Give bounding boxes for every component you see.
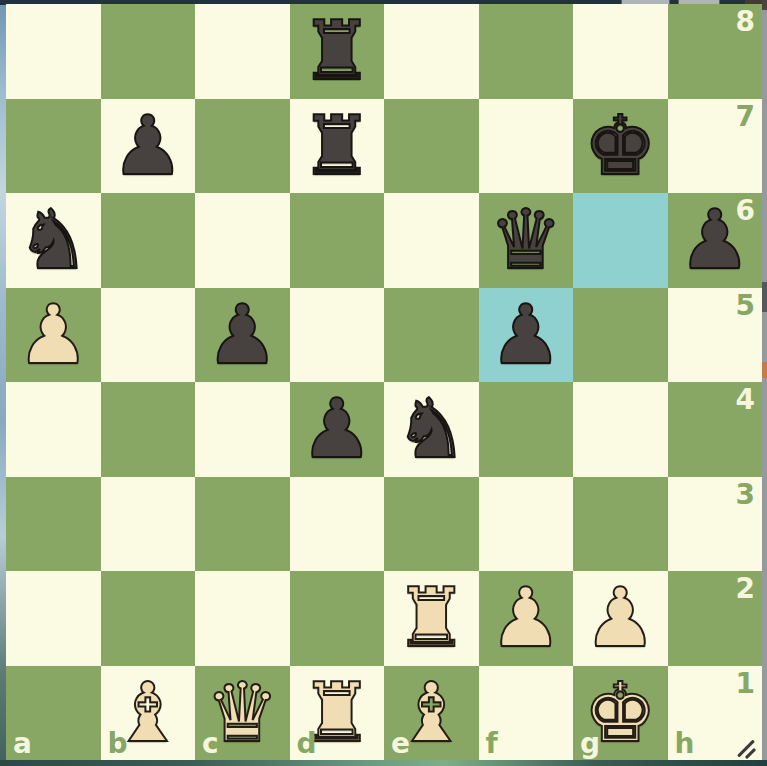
coord-rank-3: 3: [736, 481, 755, 509]
square-c3[interactable]: [195, 477, 290, 572]
square-h2[interactable]: 2: [668, 571, 763, 666]
square-g3[interactable]: [573, 477, 668, 572]
square-d1[interactable]: ♜d: [290, 666, 385, 761]
square-a8[interactable]: [6, 4, 101, 99]
square-g7[interactable]: ♚: [573, 99, 668, 194]
square-e4[interactable]: ♞: [384, 382, 479, 477]
square-d7[interactable]: ♜: [290, 99, 385, 194]
coord-rank-1: 1: [736, 670, 755, 698]
square-a3[interactable]: [6, 477, 101, 572]
square-h3[interactable]: 3: [668, 477, 763, 572]
square-b5[interactable]: [101, 288, 196, 383]
coord-file-h: h: [675, 730, 695, 758]
coord-rank-5: 5: [736, 292, 755, 320]
coord-rank-2: 2: [736, 575, 755, 603]
square-b7[interactable]: ♟: [101, 99, 196, 194]
piece-white-pawn-g2[interactable]: ♟: [573, 571, 668, 666]
square-b3[interactable]: [101, 477, 196, 572]
scrollbar-marker: [762, 362, 767, 378]
square-a1[interactable]: a: [6, 666, 101, 761]
piece-white-rook-e2[interactable]: ♜: [384, 571, 479, 666]
square-a2[interactable]: [6, 571, 101, 666]
square-d5[interactable]: [290, 288, 385, 383]
piece-white-king-g1[interactable]: ♚: [573, 666, 668, 761]
piece-white-pawn-f2[interactable]: ♟: [479, 571, 574, 666]
piece-black-pawn-c5[interactable]: ♟: [195, 288, 290, 383]
square-f6[interactable]: ♛: [479, 193, 574, 288]
square-f5[interactable]: ♟: [479, 288, 574, 383]
piece-white-bishop-e1[interactable]: ♝: [384, 666, 479, 761]
desktop-background-bottom: [0, 760, 767, 766]
piece-black-rook-d8[interactable]: ♜: [290, 4, 385, 99]
square-e7[interactable]: [384, 99, 479, 194]
square-e3[interactable]: [384, 477, 479, 572]
square-a7[interactable]: [6, 99, 101, 194]
coord-file-a: a: [13, 730, 32, 758]
square-f2[interactable]: ♟: [479, 571, 574, 666]
square-c1[interactable]: ♛c: [195, 666, 290, 761]
square-h4[interactable]: 4: [668, 382, 763, 477]
chess-board[interactable]: ♜8♟♜♚7♞♛♟6♟♟♟5♟♞43♜♟♟2a♝b♛c♜d♝ef♚g1h: [6, 4, 762, 760]
browser-scrollbar[interactable]: [762, 0, 767, 766]
square-g6[interactable]: [573, 193, 668, 288]
piece-black-knight-a6[interactable]: ♞: [6, 193, 101, 288]
piece-black-pawn-d4[interactable]: ♟: [290, 382, 385, 477]
scrollbar-top-segment: [762, 0, 767, 10]
square-f3[interactable]: [479, 477, 574, 572]
square-a4[interactable]: [6, 382, 101, 477]
square-b6[interactable]: [101, 193, 196, 288]
square-a5[interactable]: ♟: [6, 288, 101, 383]
piece-black-rook-d7[interactable]: ♜: [290, 99, 385, 194]
piece-white-rook-d1[interactable]: ♜: [290, 666, 385, 761]
square-e1[interactable]: ♝e: [384, 666, 479, 761]
piece-black-pawn-h6[interactable]: ♟: [668, 193, 763, 288]
square-b1[interactable]: ♝b: [101, 666, 196, 761]
square-c2[interactable]: [195, 571, 290, 666]
square-b8[interactable]: [101, 4, 196, 99]
coord-rank-8: 8: [736, 8, 755, 36]
coord-file-f: f: [486, 730, 498, 758]
square-g8[interactable]: [573, 4, 668, 99]
square-b4[interactable]: [101, 382, 196, 477]
square-h7[interactable]: 7: [668, 99, 763, 194]
square-f8[interactable]: [479, 4, 574, 99]
piece-black-king-g7[interactable]: ♚: [573, 99, 668, 194]
square-d8[interactable]: ♜: [290, 4, 385, 99]
square-f7[interactable]: [479, 99, 574, 194]
piece-black-pawn-f5[interactable]: ♟: [479, 288, 574, 383]
square-c8[interactable]: [195, 4, 290, 99]
scrollbar-thumb[interactable]: [762, 282, 767, 312]
piece-white-pawn-a5[interactable]: ♟: [6, 288, 101, 383]
piece-black-pawn-b7[interactable]: ♟: [101, 99, 196, 194]
square-d3[interactable]: [290, 477, 385, 572]
square-g1[interactable]: ♚g: [573, 666, 668, 761]
square-c5[interactable]: ♟: [195, 288, 290, 383]
square-b2[interactable]: [101, 571, 196, 666]
square-e8[interactable]: [384, 4, 479, 99]
square-g5[interactable]: [573, 288, 668, 383]
square-g4[interactable]: [573, 382, 668, 477]
piece-white-queen-c1[interactable]: ♛: [195, 666, 290, 761]
square-c4[interactable]: [195, 382, 290, 477]
piece-white-bishop-b1[interactable]: ♝: [101, 666, 196, 761]
resize-handle-icon[interactable]: [735, 735, 759, 759]
square-c7[interactable]: [195, 99, 290, 194]
piece-black-knight-e4[interactable]: ♞: [384, 382, 479, 477]
square-h8[interactable]: 8: [668, 4, 763, 99]
square-d6[interactable]: [290, 193, 385, 288]
square-h6[interactable]: ♟6: [668, 193, 763, 288]
square-h5[interactable]: 5: [668, 288, 763, 383]
square-g2[interactable]: ♟: [573, 571, 668, 666]
square-e2[interactable]: ♜: [384, 571, 479, 666]
piece-black-queen-f6[interactable]: ♛: [479, 193, 574, 288]
coord-rank-4: 4: [736, 386, 755, 414]
square-e5[interactable]: [384, 288, 479, 383]
coord-rank-7: 7: [736, 103, 755, 131]
square-a6[interactable]: ♞: [6, 193, 101, 288]
square-c6[interactable]: [195, 193, 290, 288]
square-e6[interactable]: [384, 193, 479, 288]
square-f1[interactable]: f: [479, 666, 574, 761]
square-d4[interactable]: ♟: [290, 382, 385, 477]
square-d2[interactable]: [290, 571, 385, 666]
square-f4[interactable]: [479, 382, 574, 477]
